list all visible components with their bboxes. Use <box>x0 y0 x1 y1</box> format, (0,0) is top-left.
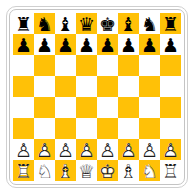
square-c1[interactable]: ♝♗ <box>55 160 76 181</box>
square-h8[interactable]: ♜ <box>160 13 181 34</box>
square-h4[interactable] <box>160 97 181 118</box>
black-pawn-piece: ♟ <box>55 34 76 55</box>
square-h7[interactable]: ♟ <box>160 34 181 55</box>
square-e7[interactable]: ♟ <box>97 34 118 55</box>
black-pawn-piece: ♟ <box>118 34 139 55</box>
square-c5[interactable] <box>55 76 76 97</box>
square-c6[interactable] <box>55 55 76 76</box>
square-a6[interactable] <box>13 55 34 76</box>
square-f2[interactable]: ♟♙ <box>118 139 139 160</box>
black-queen-piece: ♛ <box>76 13 97 34</box>
white-pawn-piece: ♟♙ <box>118 139 139 160</box>
square-d8[interactable]: ♛ <box>76 13 97 34</box>
square-c4[interactable] <box>55 97 76 118</box>
square-c2[interactable]: ♟♙ <box>55 139 76 160</box>
black-bishop-piece: ♝ <box>118 13 139 34</box>
white-pawn-piece: ♟♙ <box>13 139 34 160</box>
square-d1[interactable]: ♛♕ <box>76 160 97 181</box>
black-rook-piece: ♜ <box>13 13 34 34</box>
black-bishop-piece: ♝ <box>55 13 76 34</box>
white-king-piece: ♚♔ <box>97 160 118 181</box>
black-knight-piece: ♞ <box>34 13 55 34</box>
square-h1[interactable]: ♜♖ <box>160 160 181 181</box>
square-d4[interactable] <box>76 97 97 118</box>
black-king-piece: ♚ <box>97 13 118 34</box>
square-f5[interactable] <box>118 76 139 97</box>
black-pawn-piece: ♟ <box>139 34 160 55</box>
square-b7[interactable]: ♟ <box>34 34 55 55</box>
square-e8[interactable]: ♚ <box>97 13 118 34</box>
square-a3[interactable] <box>13 118 34 139</box>
square-b8[interactable]: ♞ <box>34 13 55 34</box>
square-g1[interactable]: ♞♘ <box>139 160 160 181</box>
white-pawn-piece: ♟♙ <box>160 139 181 160</box>
square-f8[interactable]: ♝ <box>118 13 139 34</box>
square-f1[interactable]: ♝♗ <box>118 160 139 181</box>
square-d3[interactable] <box>76 118 97 139</box>
black-pawn-piece: ♟ <box>13 34 34 55</box>
white-rook-piece: ♜♖ <box>160 160 181 181</box>
square-b2[interactable]: ♟♙ <box>34 139 55 160</box>
black-pawn-piece: ♟ <box>97 34 118 55</box>
square-g2[interactable]: ♟♙ <box>139 139 160 160</box>
square-d5[interactable] <box>76 76 97 97</box>
square-g7[interactable]: ♟ <box>139 34 160 55</box>
square-b6[interactable] <box>34 55 55 76</box>
square-a5[interactable] <box>13 76 34 97</box>
square-c3[interactable] <box>55 118 76 139</box>
square-e1[interactable]: ♚♔ <box>97 160 118 181</box>
square-e2[interactable]: ♟♙ <box>97 139 118 160</box>
square-d6[interactable] <box>76 55 97 76</box>
square-g3[interactable] <box>139 118 160 139</box>
square-g6[interactable] <box>139 55 160 76</box>
square-a2[interactable]: ♟♙ <box>13 139 34 160</box>
square-h3[interactable] <box>160 118 181 139</box>
square-a1[interactable]: ♜♖ <box>13 160 34 181</box>
square-h5[interactable] <box>160 76 181 97</box>
white-queen-piece: ♛♕ <box>76 160 97 181</box>
square-e4[interactable] <box>97 97 118 118</box>
black-knight-piece: ♞ <box>139 13 160 34</box>
square-c7[interactable]: ♟ <box>55 34 76 55</box>
white-pawn-piece: ♟♙ <box>34 139 55 160</box>
square-b4[interactable] <box>34 97 55 118</box>
white-pawn-piece: ♟♙ <box>55 139 76 160</box>
square-e3[interactable] <box>97 118 118 139</box>
square-d7[interactable]: ♟ <box>76 34 97 55</box>
square-h6[interactable] <box>160 55 181 76</box>
square-a7[interactable]: ♟ <box>13 34 34 55</box>
black-pawn-piece: ♟ <box>34 34 55 55</box>
square-d2[interactable]: ♟♙ <box>76 139 97 160</box>
square-e6[interactable] <box>97 55 118 76</box>
square-b1[interactable]: ♞♘ <box>34 160 55 181</box>
square-g5[interactable] <box>139 76 160 97</box>
white-bishop-piece: ♝♗ <box>55 160 76 181</box>
square-a8[interactable]: ♜ <box>13 13 34 34</box>
square-b5[interactable] <box>34 76 55 97</box>
square-a4[interactable] <box>13 97 34 118</box>
white-bishop-piece: ♝♗ <box>118 160 139 181</box>
square-f7[interactable]: ♟ <box>118 34 139 55</box>
square-g8[interactable]: ♞ <box>139 13 160 34</box>
white-rook-piece: ♜♖ <box>13 160 34 181</box>
white-knight-piece: ♞♘ <box>34 160 55 181</box>
square-c8[interactable]: ♝ <box>55 13 76 34</box>
square-f6[interactable] <box>118 55 139 76</box>
white-knight-piece: ♞♘ <box>139 160 160 181</box>
square-g4[interactable] <box>139 97 160 118</box>
white-pawn-piece: ♟♙ <box>97 139 118 160</box>
square-h2[interactable]: ♟♙ <box>160 139 181 160</box>
white-pawn-piece: ♟♙ <box>139 139 160 160</box>
white-pawn-piece: ♟♙ <box>76 139 97 160</box>
square-b3[interactable] <box>34 118 55 139</box>
square-f4[interactable] <box>118 97 139 118</box>
square-f3[interactable] <box>118 118 139 139</box>
chess-board: ♜♞♝♛♚♝♞♜♟♟♟♟♟♟♟♟♟♙♟♙♟♙♟♙♟♙♟♙♟♙♟♙♜♖♞♘♝♗♛♕… <box>13 13 181 181</box>
black-pawn-piece: ♟ <box>76 34 97 55</box>
black-rook-piece: ♜ <box>160 13 181 34</box>
black-pawn-piece: ♟ <box>160 34 181 55</box>
square-e5[interactable] <box>97 76 118 97</box>
